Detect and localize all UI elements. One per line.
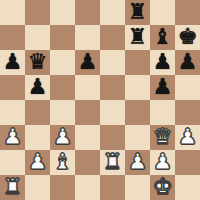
square-a7[interactable] <box>0 25 25 50</box>
square-g2[interactable]: ♟ <box>150 150 175 175</box>
square-e2[interactable]: ♜ <box>100 150 125 175</box>
piece-white-rook[interactable]: ♜ <box>103 149 123 174</box>
chess-board: ♜♜♝♚♟♛♟♟♟♟♟♟♟♛♟♟♝♜♟♟♜♚ <box>0 0 200 200</box>
square-h8[interactable] <box>175 0 200 25</box>
square-c5[interactable] <box>50 75 75 100</box>
piece-black-rook[interactable]: ♜ <box>128 24 148 49</box>
square-d2[interactable] <box>75 150 100 175</box>
square-f2[interactable]: ♟ <box>125 150 150 175</box>
square-b8[interactable] <box>25 0 50 25</box>
square-e5[interactable] <box>100 75 125 100</box>
square-d8[interactable] <box>75 0 100 25</box>
piece-white-pawn[interactable]: ♟ <box>28 149 48 174</box>
square-g1[interactable]: ♚ <box>150 175 175 200</box>
piece-white-king[interactable]: ♚ <box>153 174 173 199</box>
piece-white-pawn[interactable]: ♟ <box>3 124 23 149</box>
square-b1[interactable] <box>25 175 50 200</box>
piece-white-pawn[interactable]: ♟ <box>53 124 73 149</box>
square-h6[interactable]: ♟ <box>175 50 200 75</box>
square-f1[interactable] <box>125 175 150 200</box>
square-h5[interactable] <box>175 75 200 100</box>
piece-black-pawn[interactable]: ♟ <box>3 49 23 74</box>
square-g6[interactable]: ♟ <box>150 50 175 75</box>
square-g7[interactable]: ♝ <box>150 25 175 50</box>
piece-black-bishop[interactable]: ♝ <box>153 24 173 49</box>
square-g4[interactable] <box>150 100 175 125</box>
square-d5[interactable] <box>75 75 100 100</box>
square-b5[interactable]: ♟ <box>25 75 50 100</box>
square-d3[interactable] <box>75 125 100 150</box>
piece-black-pawn[interactable]: ♟ <box>178 49 198 74</box>
square-b2[interactable]: ♟ <box>25 150 50 175</box>
square-c1[interactable] <box>50 175 75 200</box>
square-e6[interactable] <box>100 50 125 75</box>
piece-black-pawn[interactable]: ♟ <box>153 49 173 74</box>
piece-white-pawn[interactable]: ♟ <box>153 149 173 174</box>
square-b7[interactable] <box>25 25 50 50</box>
piece-black-pawn[interactable]: ♟ <box>28 74 48 99</box>
piece-black-queen[interactable]: ♛ <box>28 49 48 74</box>
square-f5[interactable] <box>125 75 150 100</box>
piece-white-rook[interactable]: ♜ <box>3 174 23 199</box>
piece-black-king[interactable]: ♚ <box>178 24 198 49</box>
square-c7[interactable] <box>50 25 75 50</box>
square-a6[interactable]: ♟ <box>0 50 25 75</box>
square-a1[interactable]: ♜ <box>0 175 25 200</box>
square-f7[interactable]: ♜ <box>125 25 150 50</box>
square-d6[interactable]: ♟ <box>75 50 100 75</box>
square-c4[interactable] <box>50 100 75 125</box>
piece-white-pawn[interactable]: ♟ <box>178 124 198 149</box>
square-a8[interactable] <box>0 0 25 25</box>
square-h1[interactable] <box>175 175 200 200</box>
piece-white-pawn[interactable]: ♟ <box>128 149 148 174</box>
square-e4[interactable] <box>100 100 125 125</box>
square-h2[interactable] <box>175 150 200 175</box>
square-c6[interactable] <box>50 50 75 75</box>
square-a4[interactable] <box>0 100 25 125</box>
square-d4[interactable] <box>75 100 100 125</box>
square-h3[interactable]: ♟ <box>175 125 200 150</box>
square-a3[interactable]: ♟ <box>0 125 25 150</box>
square-f8[interactable]: ♜ <box>125 0 150 25</box>
square-c8[interactable] <box>50 0 75 25</box>
piece-black-pawn[interactable]: ♟ <box>78 49 98 74</box>
square-b4[interactable] <box>25 100 50 125</box>
square-f3[interactable] <box>125 125 150 150</box>
square-b6[interactable]: ♛ <box>25 50 50 75</box>
square-g5[interactable]: ♟ <box>150 75 175 100</box>
piece-white-queen[interactable]: ♛ <box>153 124 173 149</box>
piece-white-bishop[interactable]: ♝ <box>53 149 73 174</box>
square-g8[interactable] <box>150 0 175 25</box>
square-c3[interactable]: ♟ <box>50 125 75 150</box>
square-e7[interactable] <box>100 25 125 50</box>
square-c2[interactable]: ♝ <box>50 150 75 175</box>
square-e3[interactable] <box>100 125 125 150</box>
square-a2[interactable] <box>0 150 25 175</box>
square-e1[interactable] <box>100 175 125 200</box>
square-h4[interactable] <box>175 100 200 125</box>
square-f4[interactable] <box>125 100 150 125</box>
square-d1[interactable] <box>75 175 100 200</box>
piece-black-pawn[interactable]: ♟ <box>153 74 173 99</box>
square-h7[interactable]: ♚ <box>175 25 200 50</box>
square-f6[interactable] <box>125 50 150 75</box>
square-b3[interactable] <box>25 125 50 150</box>
square-e8[interactable] <box>100 0 125 25</box>
square-a5[interactable] <box>0 75 25 100</box>
square-d7[interactable] <box>75 25 100 50</box>
square-g3[interactable]: ♛ <box>150 125 175 150</box>
piece-black-rook[interactable]: ♜ <box>128 0 148 24</box>
